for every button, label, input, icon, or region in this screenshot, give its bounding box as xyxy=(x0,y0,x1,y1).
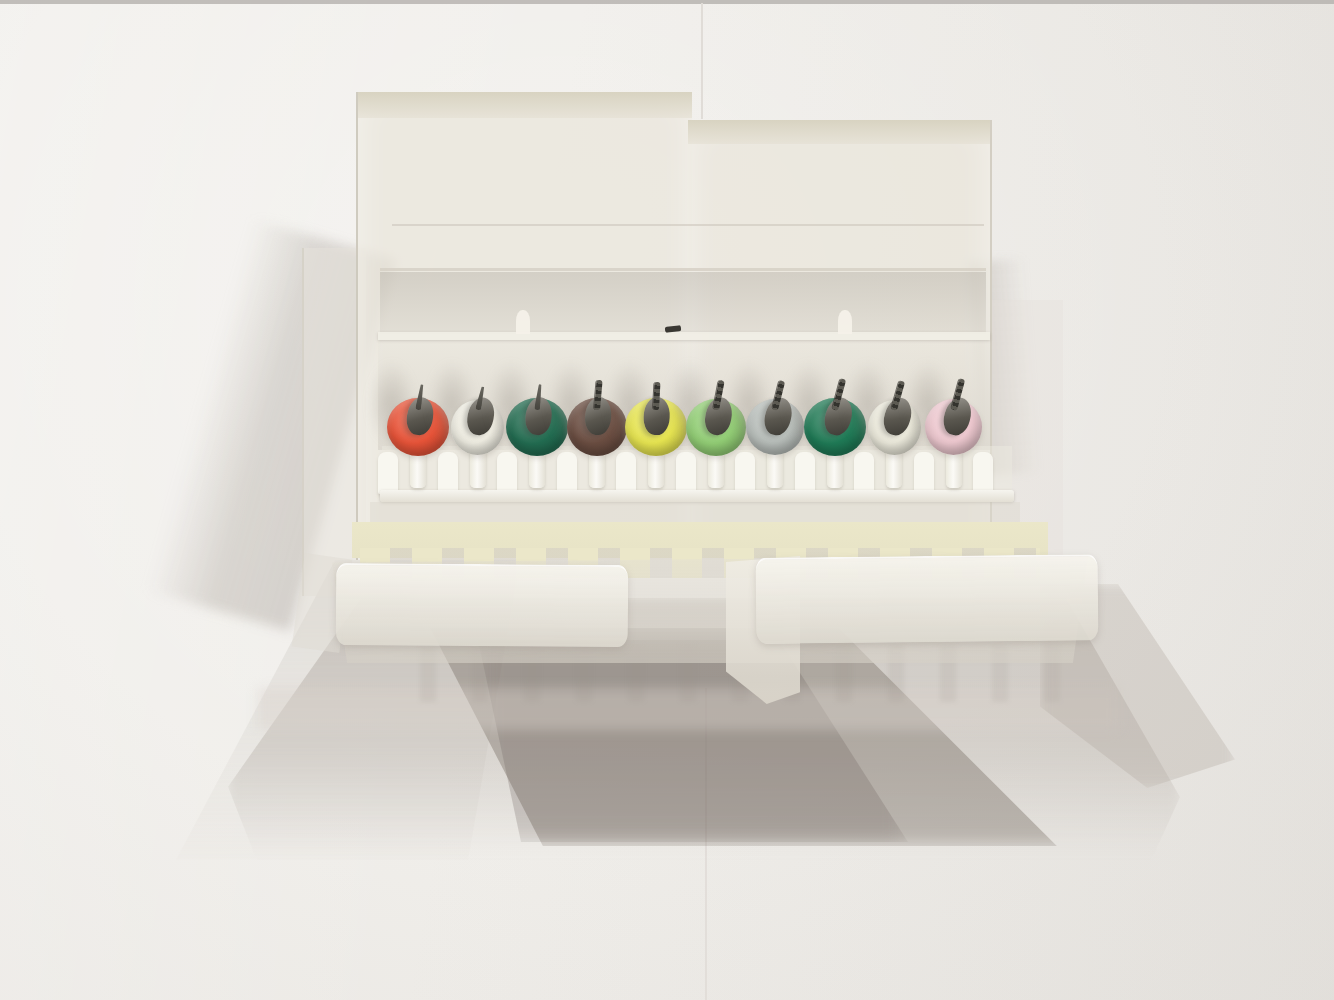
latch-bar-left xyxy=(336,563,629,647)
lid-panel-left-top-edge xyxy=(358,92,692,118)
product-photo xyxy=(0,0,1334,1000)
case-shelf-edge xyxy=(378,332,990,340)
case-shadow-core-dark xyxy=(478,640,908,842)
case-back-edge-line xyxy=(380,268,986,271)
drill-bit-pink xyxy=(909,360,999,500)
paper-seam-bottom xyxy=(705,688,707,1000)
latch-bar-right xyxy=(756,554,1099,644)
photo-top-edge xyxy=(0,0,1334,4)
lid-fold-line xyxy=(392,224,984,226)
hinge-tab-left xyxy=(516,310,530,334)
hinge-tab-right xyxy=(838,310,852,334)
case-interior-shadow-band xyxy=(380,272,986,334)
paper-seam-top xyxy=(701,3,703,119)
lid-panel-right-top-edge xyxy=(688,120,990,144)
case-shadow-light-band xyxy=(258,688,1118,730)
